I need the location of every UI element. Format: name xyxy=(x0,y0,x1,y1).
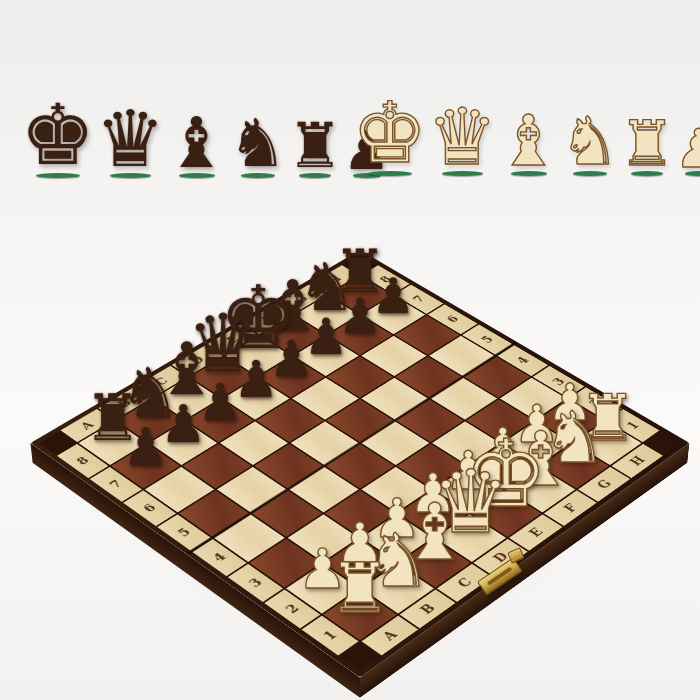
ref-light-pawn: ♟ xyxy=(675,124,700,176)
felt-base xyxy=(241,173,275,178)
felt-base xyxy=(368,171,412,176)
felt-base xyxy=(299,173,331,178)
light-queen-icon: ♛ xyxy=(427,100,497,174)
felt-base xyxy=(442,171,483,176)
felt-base xyxy=(179,173,215,178)
board-frame: ABCDEFGH8877665544332211ABCDEFGH xyxy=(39,254,681,670)
product-photo: ♚♛♝♞♜♟ ♚♛♝♞♜♟ ABCDEFGH8877665544332211AB… xyxy=(0,0,700,700)
dark-king-icon: ♚ xyxy=(20,96,95,176)
dark-rook-icon: ♜ xyxy=(287,117,343,176)
ref-light-bishop: ♝ xyxy=(497,108,560,177)
felt-base xyxy=(36,173,80,178)
chess-board: ABCDEFGH8877665544332211ABCDEFGH xyxy=(30,250,689,678)
felt-base xyxy=(631,171,663,176)
dark-queen-icon: ♛ xyxy=(95,102,165,176)
ref-light-knight: ♞ xyxy=(560,111,619,176)
ref-light-queen: ♛ xyxy=(427,100,497,176)
ref-dark-queen: ♛ xyxy=(95,102,165,178)
ref-light-rook: ♜ xyxy=(619,115,675,176)
light-bishop-icon: ♝ xyxy=(497,108,560,175)
ref-dark-rook: ♜ xyxy=(287,117,343,178)
light-king-icon: ♚ xyxy=(352,94,427,174)
light-pawn-icon: ♟ xyxy=(675,124,700,174)
felt-base xyxy=(573,171,607,176)
light-rook-icon: ♜ xyxy=(619,115,675,174)
ref-dark-knight: ♞ xyxy=(228,113,287,178)
felt-base xyxy=(511,171,547,176)
ref-light-king: ♚ xyxy=(352,94,427,176)
dark-bishop-icon: ♝ xyxy=(165,110,228,177)
ref-dark-king: ♚ xyxy=(20,96,95,178)
dark-knight-icon: ♞ xyxy=(228,113,287,176)
ref-dark-bishop: ♝ xyxy=(165,110,228,179)
dark-pieces-row: ♚♛♝♞♜♟ xyxy=(20,30,346,178)
light-knight-icon: ♞ xyxy=(560,111,619,174)
light-pieces-row: ♚♛♝♞♜♟ xyxy=(352,26,688,176)
felt-base xyxy=(110,173,151,178)
